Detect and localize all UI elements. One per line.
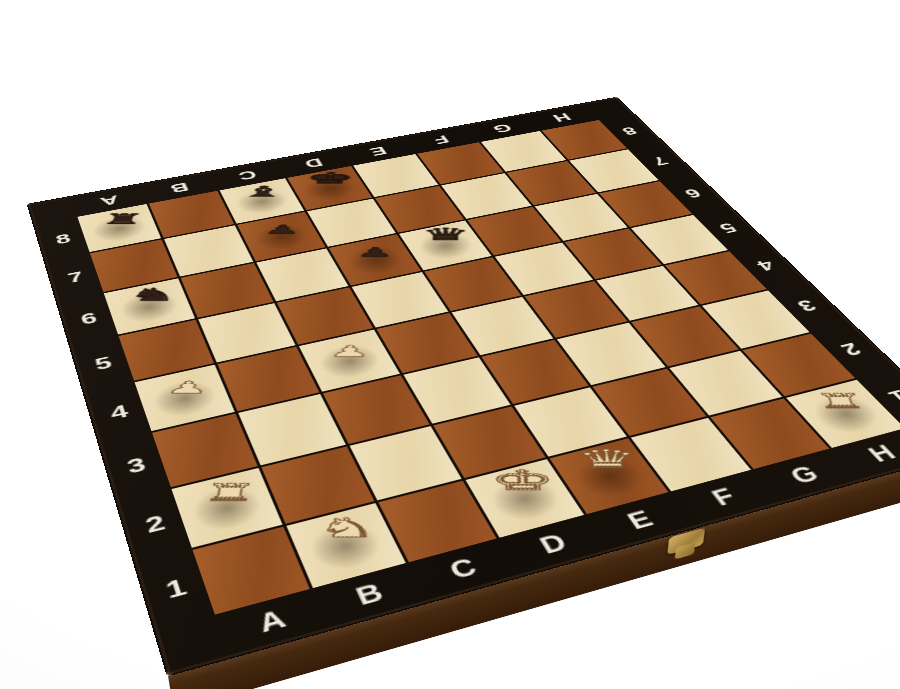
chess-board: ABCDEFGH ABCDEFGH 87654321 87654321 ♜♝♚♟… [28,97,900,675]
square-a3[interactable] [152,414,258,487]
square-g3[interactable] [631,307,739,367]
piece-black-bishop-c8[interactable]: ♝ [239,184,287,199]
photo-stage: ABCDEFGH ABCDEFGH 87654321 87654321 ♜♝♚♟… [0,0,900,689]
square-f3[interactable] [557,323,664,385]
square-d2[interactable] [433,406,546,478]
square-b3[interactable] [239,394,345,465]
square-c2[interactable] [349,426,461,501]
piece-white-king-d1[interactable]: ♚ [490,466,557,494]
piece-white-pawn-a4[interactable]: ♟ [164,379,210,396]
square-g1[interactable] [710,398,830,469]
piece-black-rook-a8[interactable]: ♜ [99,212,146,226]
square-b2[interactable] [262,446,374,523]
piece-black-pawn-c7[interactable]: ♟ [263,223,302,235]
square-d3[interactable] [403,357,510,423]
square-a5[interactable] [118,319,214,380]
square-c3[interactable] [322,376,429,444]
piece-white-rook-h1[interactable]: ♜ [813,391,870,411]
square-a2[interactable]: ♜ [171,467,283,547]
square-a4[interactable]: ♟ [135,365,236,432]
square-c4[interactable]: ♟ [298,330,400,392]
chess-box-3d: ABCDEFGH ABCDEFGH 87654321 87654321 ♜♝♚♟… [28,97,900,675]
piece-black-king-d8[interactable]: ♚ [305,170,356,186]
square-c1[interactable] [377,481,496,563]
piece-black-pawn-d6[interactable]: ♟ [356,245,394,258]
square-b5[interactable] [198,303,294,362]
square-b1[interactable]: ♞ [287,503,405,588]
piece-white-pawn-c4[interactable]: ♟ [329,343,372,359]
square-f2[interactable] [592,368,705,435]
square-b4[interactable] [218,347,319,412]
piece-white-knight-b1[interactable]: ♞ [315,515,378,542]
square-d4[interactable] [376,313,478,373]
piece-white-rook-a2[interactable]: ♜ [200,481,259,504]
square-e1[interactable]: ♛ [549,438,668,514]
square-e2[interactable] [514,387,627,457]
square-e3[interactable] [482,340,589,404]
piece-white-queen-e1[interactable]: ♛ [575,446,639,472]
square-g2[interactable] [668,350,781,415]
piece-black-queen-e6[interactable]: ♛ [420,226,470,243]
piece-black-knight-a6[interactable]: ♞ [125,286,179,304]
